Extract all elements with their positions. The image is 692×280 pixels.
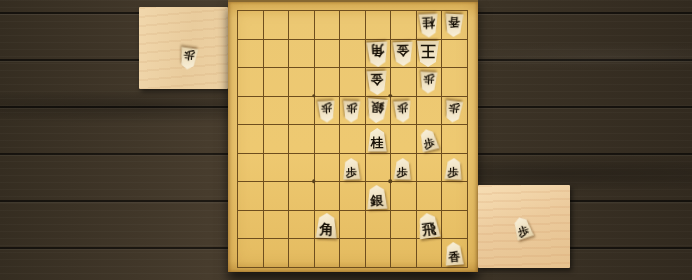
piece-gote-knight[interactable]: 桂: [418, 14, 438, 38]
piece-face: 歩: [394, 157, 412, 179]
board-square[interactable]: [390, 181, 416, 210]
piece-kanji: 金: [396, 42, 410, 57]
piece-sente-pawn[interactable]: 歩: [445, 157, 463, 179]
piece-gote-pawn[interactable]: 歩: [419, 72, 437, 94]
piece-face: 歩: [444, 100, 463, 123]
piece-kanji: 角: [319, 222, 334, 238]
piece-face: 桂: [368, 128, 387, 152]
piece-face: 歩: [343, 100, 361, 122]
board-square[interactable]: [390, 124, 416, 153]
board-square[interactable]: [314, 181, 340, 210]
piece-sente-lance[interactable]: 香: [444, 242, 464, 266]
piece-face: 歩: [317, 100, 335, 122]
piece-kanji: 桂: [371, 137, 384, 152]
board-square[interactable]: [288, 96, 314, 125]
piece-face: 金: [367, 70, 388, 95]
board-square[interactable]: [237, 124, 263, 153]
board-square[interactable]: [314, 10, 340, 39]
piece-gote-pawn[interactable]: 歩: [444, 100, 463, 123]
board-square[interactable]: [237, 39, 263, 68]
piece-face: 歩: [419, 72, 437, 94]
piece-kanji: 王: [421, 41, 436, 58]
piece-gote-gold[interactable]: 金: [367, 70, 388, 95]
piece-face: 金: [392, 42, 413, 67]
board-square[interactable]: [416, 181, 442, 210]
board-square[interactable]: [263, 67, 289, 96]
piece-kanji: 銀: [371, 99, 385, 115]
piece-kanji: 香: [448, 251, 461, 266]
board-square[interactable]: [339, 10, 365, 39]
piece-kanji: 歩: [397, 166, 408, 179]
board-square[interactable]: [390, 10, 416, 39]
board-square[interactable]: [365, 10, 391, 39]
board-square[interactable]: [237, 96, 263, 125]
board-square[interactable]: [288, 181, 314, 210]
piece-face: 歩: [394, 100, 412, 122]
board-square[interactable]: [263, 96, 289, 125]
piece-face: 歩: [343, 157, 361, 179]
piece-gote-silver[interactable]: 銀: [366, 98, 388, 124]
star-point: [388, 94, 392, 98]
piece-sente-silver[interactable]: 銀: [367, 184, 388, 209]
piece-gote-gold[interactable]: 金: [392, 42, 413, 67]
board-square[interactable]: [288, 210, 314, 239]
board-square[interactable]: [314, 153, 340, 182]
piece-kanji: 桂: [422, 14, 435, 29]
board-square[interactable]: [441, 39, 467, 68]
piece-kanji: 歩: [182, 47, 195, 61]
piece-gote-king[interactable]: 王: [417, 41, 439, 67]
board-square[interactable]: [288, 153, 314, 182]
piece-kanji: 角: [370, 41, 385, 58]
board-square[interactable]: [416, 238, 442, 267]
piece-gote-lance[interactable]: 香: [444, 14, 463, 38]
board-square[interactable]: [237, 10, 263, 39]
shogi-board: [228, 0, 478, 272]
piece-sente-rook[interactable]: 飛: [416, 211, 440, 239]
board-square[interactable]: [288, 39, 314, 68]
board-square[interactable]: [237, 181, 263, 210]
piece-face: 香: [444, 242, 464, 266]
board-square[interactable]: [441, 181, 467, 210]
piece-gote-pawn[interactable]: 歩: [178, 47, 198, 71]
piece-kanji: 歩: [346, 100, 357, 113]
piece-gote-bishop[interactable]: 角: [366, 41, 388, 67]
piece-face: 王: [417, 41, 439, 67]
piece-face: 香: [444, 14, 463, 38]
board-square[interactable]: [314, 39, 340, 68]
board-square[interactable]: [339, 124, 365, 153]
board-square[interactable]: [314, 124, 340, 153]
piece-sente-knight[interactable]: 桂: [368, 128, 387, 152]
board-square[interactable]: [339, 210, 365, 239]
board-square[interactable]: [339, 39, 365, 68]
piece-face: 銀: [367, 184, 388, 209]
piece-kanji: 金: [370, 71, 384, 86]
piece-sente-bishop[interactable]: 角: [315, 212, 337, 238]
board-square[interactable]: [339, 181, 365, 210]
board-square[interactable]: [237, 210, 263, 239]
board-square[interactable]: [365, 238, 391, 267]
piece-kanji: 歩: [422, 136, 436, 151]
board-square[interactable]: [263, 210, 289, 239]
board-square[interactable]: [263, 10, 289, 39]
board-square[interactable]: [339, 238, 365, 267]
piece-face: 角: [366, 41, 388, 67]
board-square[interactable]: [263, 238, 289, 267]
board-square[interactable]: [416, 96, 442, 125]
piece-face: 歩: [445, 157, 463, 179]
board-square[interactable]: [441, 67, 467, 96]
board-square[interactable]: [365, 210, 391, 239]
board-square[interactable]: [390, 67, 416, 96]
piece-gote-pawn[interactable]: 歩: [343, 100, 361, 122]
board-square[interactable]: [314, 67, 340, 96]
board-square[interactable]: [416, 153, 442, 182]
star-point: [312, 179, 316, 183]
piece-kanji: 飛: [421, 221, 437, 239]
piece-kanji: 銀: [371, 194, 385, 209]
board-square[interactable]: [263, 181, 289, 210]
piece-face: 角: [315, 212, 337, 238]
board-square[interactable]: [288, 10, 314, 39]
piece-sente-pawn[interactable]: 歩: [394, 157, 412, 179]
piece-kanji: 歩: [423, 72, 435, 86]
board-square[interactable]: [441, 124, 467, 153]
table-surface: { "game": "shogi", "position": { "sfen":…: [0, 0, 692, 280]
piece-kanji: 歩: [397, 100, 409, 114]
board-square[interactable]: [441, 210, 467, 239]
board-square[interactable]: [263, 39, 289, 68]
board-square[interactable]: [288, 238, 314, 267]
star-point: [312, 94, 316, 98]
board-square[interactable]: [288, 124, 314, 153]
board-square[interactable]: [288, 67, 314, 96]
piece-kanji: 歩: [448, 100, 461, 114]
board-square[interactable]: [237, 67, 263, 96]
piece-kanji: 歩: [320, 100, 332, 114]
piece-kanji: 香: [448, 14, 461, 29]
star-point: [388, 179, 392, 183]
piece-kanji: 歩: [516, 224, 530, 240]
board-square[interactable]: [263, 153, 289, 182]
board-square[interactable]: [390, 238, 416, 267]
board-square[interactable]: [237, 153, 263, 182]
piece-face: 桂: [418, 14, 438, 38]
board-square[interactable]: [390, 210, 416, 239]
board-square[interactable]: [237, 238, 263, 267]
piece-kanji: 歩: [346, 166, 357, 179]
board-square[interactable]: [339, 67, 365, 96]
board-square[interactable]: [365, 153, 391, 182]
piece-gote-pawn[interactable]: 歩: [394, 100, 412, 122]
piece-kanji: 歩: [448, 166, 460, 180]
piece-face: 飛: [416, 211, 440, 239]
piece-face: 歩: [178, 47, 198, 71]
board-square[interactable]: [314, 238, 340, 267]
piece-gote-pawn[interactable]: 歩: [317, 100, 335, 122]
piece-sente-pawn[interactable]: 歩: [343, 157, 361, 179]
piece-face: 銀: [366, 98, 388, 124]
board-square[interactable]: [263, 124, 289, 153]
